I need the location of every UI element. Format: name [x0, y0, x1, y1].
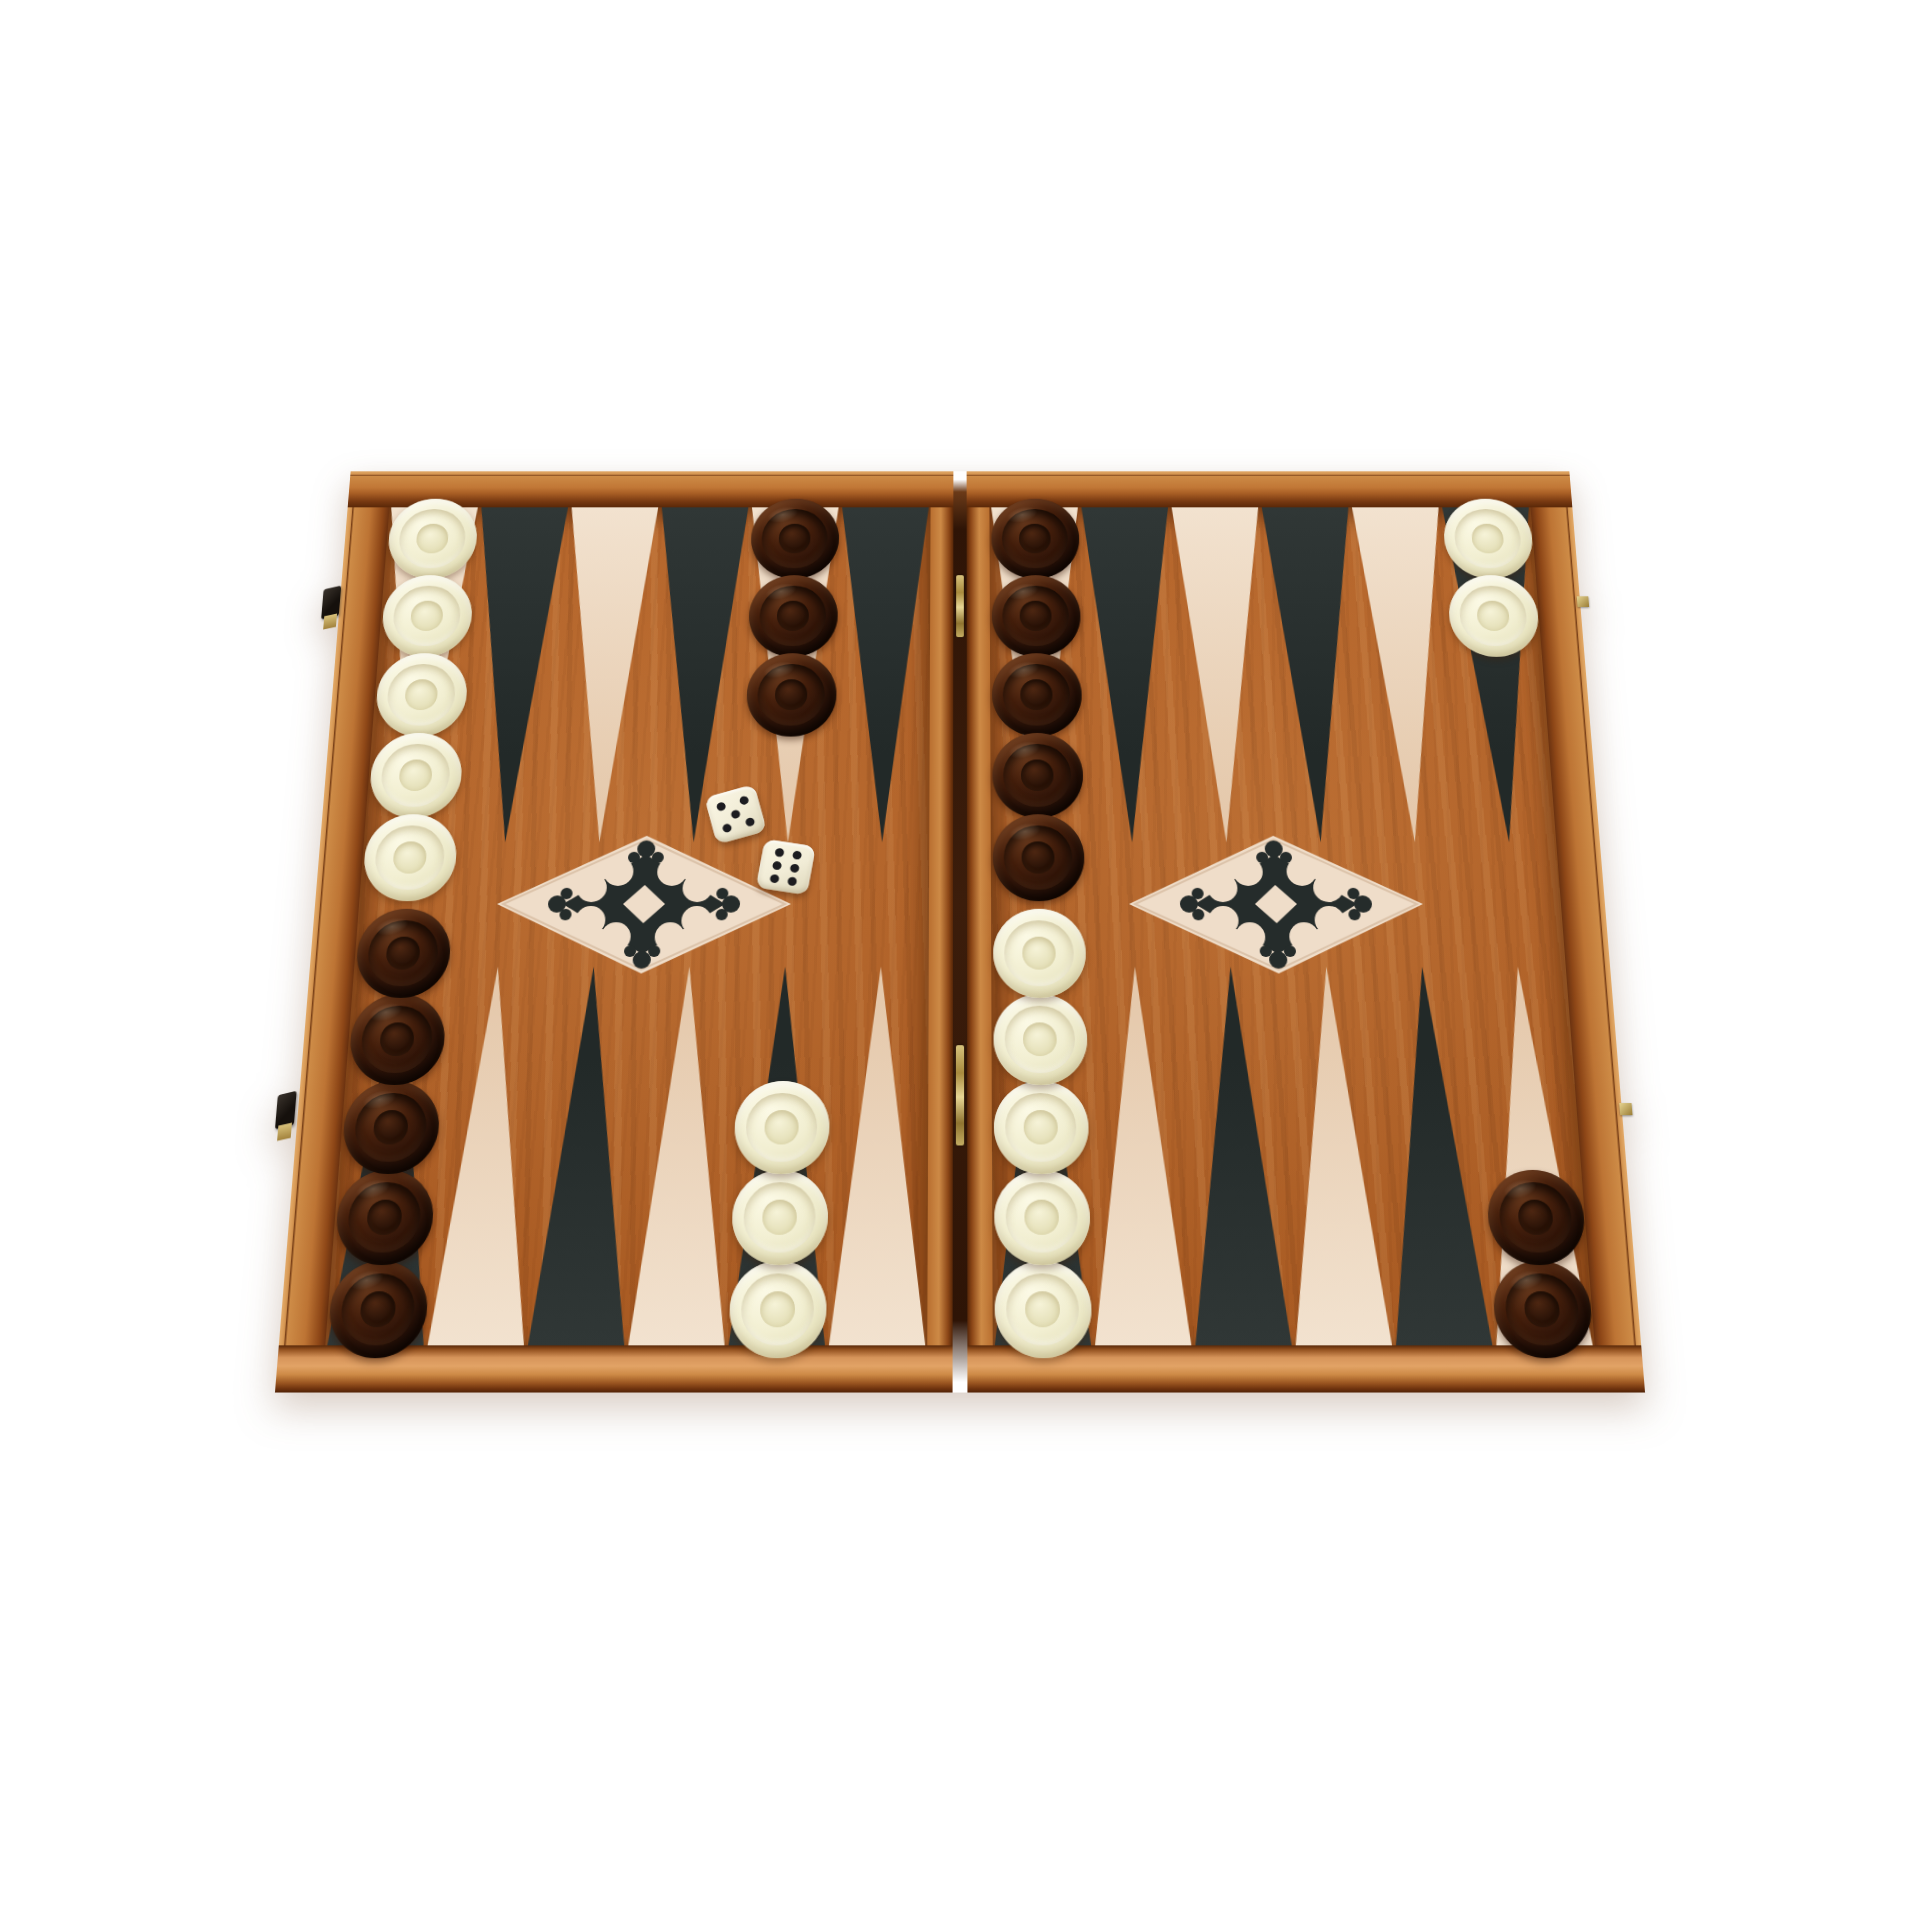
point-8[interactable] — [727, 967, 833, 1346]
checker-boss — [1021, 760, 1054, 791]
point-19[interactable] — [989, 507, 1085, 842]
brass-hinge-bottom — [956, 1045, 964, 1145]
left-fold-rail — [927, 471, 953, 1392]
die-pip — [721, 823, 732, 833]
triangle-pale — [827, 967, 929, 1346]
checker-wenge-point-19[interactable] — [991, 575, 1080, 657]
triangle-black — [1260, 507, 1368, 842]
point-21[interactable] — [1170, 507, 1274, 842]
triangle-pale — [1170, 507, 1274, 842]
checker-wenge-point-1[interactable] — [1485, 1170, 1587, 1265]
checker-ivory-point-6[interactable] — [994, 1170, 1091, 1265]
quadrant-bottom-left — [325, 967, 928, 1346]
checker-ivory-point-24[interactable] — [1446, 575, 1540, 657]
checker-ivory-point-6[interactable] — [993, 1081, 1089, 1174]
center-fold — [953, 471, 968, 1392]
point-20[interactable] — [1080, 507, 1180, 842]
photo-background — [0, 0, 1920, 1920]
checker-boss — [1023, 1023, 1057, 1056]
point-18[interactable] — [835, 507, 931, 842]
checker-boss — [1020, 680, 1053, 710]
checker-wenge-point-19[interactable] — [991, 653, 1081, 736]
checker-boss — [1021, 842, 1054, 873]
quadrant-top-right — [989, 507, 1556, 842]
triangle-pale — [626, 967, 737, 1346]
die-pip — [792, 851, 802, 861]
checker-boss — [1025, 1292, 1060, 1327]
checker-boss — [1024, 1200, 1059, 1234]
checker-boss — [777, 601, 810, 630]
triangle-black — [1183, 967, 1294, 1346]
point-7[interactable] — [827, 967, 929, 1346]
latch-plate — [323, 614, 337, 630]
die-pip — [739, 795, 750, 805]
inlay-diamond-left — [485, 830, 801, 979]
point-5[interactable] — [1087, 967, 1193, 1346]
checker-wenge-point-12[interactable] — [347, 994, 447, 1085]
latch-plate — [277, 1123, 292, 1141]
checker-ivory-point-8[interactable] — [728, 1261, 827, 1358]
checker-wenge-point-12[interactable] — [353, 909, 452, 998]
die-pip — [790, 863, 800, 873]
checker-wenge-point-19[interactable] — [991, 499, 1080, 579]
triangle-black — [1080, 507, 1180, 842]
brass-hinge-top — [956, 575, 964, 637]
triangle-pale — [1087, 967, 1193, 1346]
checker-ivory-point-6[interactable] — [993, 994, 1087, 1085]
checker-ivory-point-6[interactable] — [994, 1261, 1092, 1358]
checker-boss — [760, 1292, 796, 1327]
checker-wenge-point-19[interactable] — [992, 814, 1084, 901]
checker-boss — [1471, 524, 1505, 553]
checker-boss — [775, 680, 808, 710]
point-9[interactable] — [626, 967, 737, 1346]
checker-ivory-point-13[interactable] — [379, 575, 473, 657]
board-left-half — [275, 471, 953, 1392]
checker-wenge-point-19[interactable] — [992, 733, 1083, 818]
die-pip — [774, 848, 784, 858]
latch-lower[interactable] — [274, 1093, 305, 1139]
die-pip — [769, 873, 779, 883]
triangle-black — [835, 507, 931, 842]
checker-ivory-point-13[interactable] — [367, 733, 463, 818]
die-pip — [745, 817, 756, 827]
checker-ivory-point-13[interactable] — [361, 814, 459, 901]
checker-ivory-point-8[interactable] — [730, 1170, 828, 1265]
triangle-pale — [552, 507, 660, 842]
checker-boss — [1020, 601, 1052, 630]
checker-ivory-point-8[interactable] — [733, 1081, 830, 1174]
checker-boss — [1024, 1111, 1058, 1144]
checker-ivory-point-6[interactable] — [993, 909, 1086, 998]
point-4[interactable] — [1183, 967, 1294, 1346]
die-pip — [787, 876, 797, 886]
quadrant-top-left — [364, 507, 931, 842]
die-pip — [730, 809, 741, 819]
point-10[interactable] — [526, 967, 642, 1346]
die-showing-6[interactable] — [756, 839, 816, 895]
latch-upper[interactable] — [320, 588, 348, 629]
checker-boss — [1019, 524, 1051, 553]
quadrant-bottom-right — [991, 967, 1594, 1346]
brass-bracket-lower — [1619, 1103, 1632, 1115]
backgammon-board — [275, 471, 1645, 1392]
left-playing-field — [325, 507, 930, 1345]
checker-wenge-point-17[interactable] — [745, 653, 836, 736]
checker-boss — [764, 1111, 799, 1144]
checker-wenge-point-12[interactable] — [340, 1081, 441, 1174]
checker-wenge-point-17[interactable] — [750, 499, 839, 579]
triangle-black — [526, 967, 642, 1346]
die-pip — [715, 801, 726, 811]
point-6[interactable] — [991, 967, 1093, 1346]
brass-bracket-upper — [1577, 596, 1589, 607]
checker-wenge-point-12[interactable] — [333, 1170, 435, 1265]
checker-boss — [1476, 601, 1510, 630]
checker-boss — [778, 524, 810, 553]
point-15[interactable] — [552, 507, 660, 842]
checker-ivory-point-13[interactable] — [373, 653, 468, 736]
checker-boss — [1022, 937, 1056, 969]
checker-wenge-point-17[interactable] — [747, 575, 837, 657]
checker-boss — [762, 1200, 797, 1234]
board-right-half — [967, 471, 1645, 1392]
right-playing-field — [989, 507, 1594, 1345]
inlay-diamond-right — [1119, 830, 1435, 979]
die-pip — [771, 861, 781, 871]
point-22[interactable] — [1260, 507, 1368, 842]
